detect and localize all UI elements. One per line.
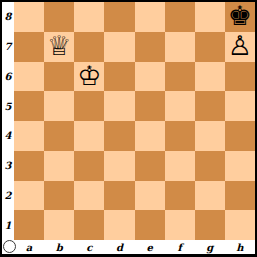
square-d4[interactable] <box>104 121 134 151</box>
square-d2[interactable] <box>104 181 134 211</box>
square-g3[interactable] <box>195 151 225 181</box>
square-b8[interactable] <box>44 2 74 32</box>
square-c2[interactable] <box>74 181 104 211</box>
file-label-g: g <box>195 240 225 254</box>
square-g5[interactable] <box>195 91 225 121</box>
rank-label-7: 7 <box>2 32 14 62</box>
square-c5[interactable] <box>74 91 104 121</box>
square-a7[interactable] <box>14 32 44 62</box>
white-queen[interactable]: ♕ <box>47 32 71 59</box>
square-e2[interactable] <box>135 181 165 211</box>
rank-label-5: 5 <box>2 91 14 121</box>
square-d5[interactable] <box>104 91 134 121</box>
rank-label-2: 2 <box>2 181 14 211</box>
chess-board: ♚♕♙♔ <box>14 2 255 240</box>
square-b7[interactable]: ♕ <box>44 32 74 62</box>
square-g1[interactable] <box>195 210 225 240</box>
rank-label-8: 8 <box>2 2 14 32</box>
square-b1[interactable] <box>44 210 74 240</box>
square-d3[interactable] <box>104 151 134 181</box>
square-d8[interactable] <box>104 2 134 32</box>
square-a5[interactable] <box>14 91 44 121</box>
square-e6[interactable] <box>135 62 165 92</box>
square-c6[interactable]: ♔ <box>74 62 104 92</box>
square-e4[interactable] <box>135 121 165 151</box>
square-d7[interactable] <box>104 32 134 62</box>
square-b6[interactable] <box>44 62 74 92</box>
square-f1[interactable] <box>165 210 195 240</box>
square-a1[interactable] <box>14 210 44 240</box>
square-h4[interactable] <box>225 121 255 151</box>
square-g8[interactable] <box>195 2 225 32</box>
white-to-move-indicator <box>3 240 16 253</box>
file-label-e: e <box>135 240 165 254</box>
square-f8[interactable] <box>165 2 195 32</box>
square-g7[interactable] <box>195 32 225 62</box>
square-h8[interactable]: ♚ <box>225 2 255 32</box>
square-b2[interactable] <box>44 181 74 211</box>
chess-diagram: 87654321 ♚♕♙♔ abcdefgh <box>0 0 257 257</box>
square-d6[interactable] <box>104 62 134 92</box>
square-e8[interactable] <box>135 2 165 32</box>
square-g2[interactable] <box>195 181 225 211</box>
square-c7[interactable] <box>74 32 104 62</box>
square-a2[interactable] <box>14 181 44 211</box>
square-f2[interactable] <box>165 181 195 211</box>
square-b4[interactable] <box>44 121 74 151</box>
file-labels: abcdefgh <box>14 240 255 254</box>
file-label-c: c <box>74 240 104 254</box>
white-pawn[interactable]: ♙ <box>228 32 252 59</box>
square-h5[interactable] <box>225 91 255 121</box>
white-king[interactable]: ♔ <box>77 62 101 89</box>
square-f4[interactable] <box>165 121 195 151</box>
square-h1[interactable] <box>225 210 255 240</box>
square-h2[interactable] <box>225 181 255 211</box>
rank-label-1: 1 <box>2 210 14 240</box>
square-f6[interactable] <box>165 62 195 92</box>
square-h6[interactable] <box>225 62 255 92</box>
square-e1[interactable] <box>135 210 165 240</box>
square-f7[interactable] <box>165 32 195 62</box>
file-label-d: d <box>104 240 134 254</box>
square-c1[interactable] <box>74 210 104 240</box>
square-b3[interactable] <box>44 151 74 181</box>
square-a4[interactable] <box>14 121 44 151</box>
square-c8[interactable] <box>74 2 104 32</box>
square-h7[interactable]: ♙ <box>225 32 255 62</box>
rank-label-6: 6 <box>2 62 14 92</box>
square-e7[interactable] <box>135 32 165 62</box>
file-label-a: a <box>14 240 44 254</box>
square-e3[interactable] <box>135 151 165 181</box>
square-f5[interactable] <box>165 91 195 121</box>
square-g6[interactable] <box>195 62 225 92</box>
black-king[interactable]: ♚ <box>228 2 252 29</box>
file-label-h: h <box>225 240 255 254</box>
rank-label-3: 3 <box>2 151 14 181</box>
square-b5[interactable] <box>44 91 74 121</box>
rank-label-4: 4 <box>2 121 14 151</box>
file-label-f: f <box>165 240 195 254</box>
square-c3[interactable] <box>74 151 104 181</box>
square-d1[interactable] <box>104 210 134 240</box>
square-e5[interactable] <box>135 91 165 121</box>
square-h3[interactable] <box>225 151 255 181</box>
square-c4[interactable] <box>74 121 104 151</box>
square-a3[interactable] <box>14 151 44 181</box>
square-a6[interactable] <box>14 62 44 92</box>
square-f3[interactable] <box>165 151 195 181</box>
rank-labels: 87654321 <box>2 2 14 240</box>
square-g4[interactable] <box>195 121 225 151</box>
square-a8[interactable] <box>14 2 44 32</box>
file-label-b: b <box>44 240 74 254</box>
